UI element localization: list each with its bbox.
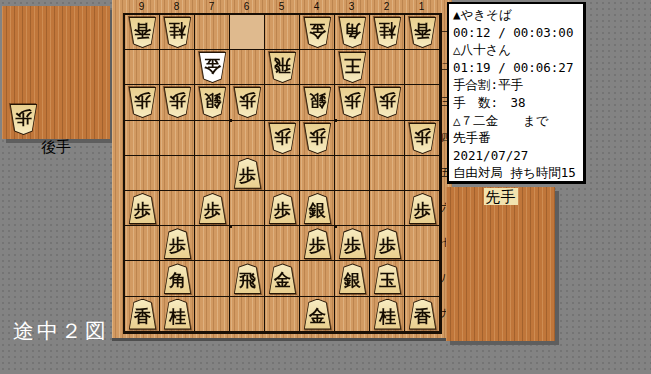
- square-5-7[interactable]: [265, 226, 300, 261]
- square-2-4[interactable]: [370, 121, 405, 156]
- square-5-5[interactable]: [265, 156, 300, 191]
- koma-歩-37[interactable]: 歩: [338, 228, 367, 259]
- koma-銀-38[interactable]: 銀: [338, 263, 367, 294]
- square-3-5[interactable]: [335, 156, 370, 191]
- koma-glyph: 王: [338, 55, 367, 77]
- info-line: 手 数: 38: [453, 94, 579, 112]
- square-1-8[interactable]: [405, 261, 440, 296]
- square-7-5[interactable]: [195, 156, 230, 191]
- shogi-board: 987654321 一二三四五六七八九 香桂金角桂香金飛王歩歩銀歩銀歩歩歩歩歩歩…: [112, 0, 452, 338]
- koma-glyph: 歩: [268, 126, 297, 148]
- koma-歩-83[interactable]: 歩: [163, 87, 192, 118]
- koma-glyph: 歩: [233, 164, 262, 186]
- koma-glyph: 歩: [373, 90, 402, 112]
- koma-glyph: 銀: [303, 199, 332, 221]
- koma-歩-76[interactable]: 歩: [198, 193, 227, 224]
- koma-角-88[interactable]: 角: [163, 263, 192, 294]
- square-7-4[interactable]: [195, 121, 230, 156]
- koma-glyph: 香: [408, 20, 437, 42]
- koma-香-91[interactable]: 香: [128, 17, 157, 48]
- koma-glyph: 桂: [373, 305, 402, 327]
- koma-歩-14[interactable]: 歩: [408, 123, 437, 154]
- koma-glyph: 歩: [338, 234, 367, 256]
- square-8-5[interactable]: [160, 156, 195, 191]
- square-1-7[interactable]: [405, 226, 440, 261]
- square-8-4[interactable]: [160, 121, 195, 156]
- square-5-3[interactable]: [265, 85, 300, 120]
- square-6-7[interactable]: [230, 226, 265, 261]
- square-2-5[interactable]: [370, 156, 405, 191]
- koma-glyph: 金: [303, 305, 332, 327]
- koma-glyph: 桂: [163, 305, 192, 327]
- gote-hand-tray: 歩: [2, 6, 110, 139]
- koma-glyph: 桂: [373, 20, 402, 42]
- koma-金-49[interactable]: 金: [303, 299, 332, 330]
- file-label: 1: [404, 0, 439, 13]
- koma-glyph: 歩: [128, 199, 157, 221]
- koma-glyph: 金: [303, 20, 332, 42]
- koma-glyph: 香: [128, 305, 157, 327]
- koma-glyph: 香: [128, 20, 157, 42]
- koma-glyph: 桂: [163, 20, 192, 42]
- koma-王-32[interactable]: 王: [338, 52, 367, 83]
- koma-桂-21[interactable]: 桂: [373, 17, 402, 48]
- koma-glyph: 歩: [408, 126, 437, 148]
- koma-角-31[interactable]: 角: [338, 17, 367, 48]
- file-label: 2: [369, 0, 404, 13]
- info-line: 01:19 / 00:06:27: [453, 59, 579, 77]
- koma-glyph: 金: [268, 269, 297, 291]
- info-line: ▲やきそば: [453, 6, 579, 24]
- koma-銀-46[interactable]: 銀: [303, 193, 332, 224]
- koma-glyph: 銀: [198, 90, 227, 112]
- square-4-2[interactable]: [300, 50, 335, 85]
- koma-歩-hand[interactable]: 歩: [9, 104, 38, 135]
- koma-銀-43[interactable]: 銀: [303, 87, 332, 118]
- info-line: 00:12 / 00:03:00: [453, 24, 579, 42]
- koma-glyph: 歩: [163, 90, 192, 112]
- square-1-5[interactable]: [405, 156, 440, 191]
- koma-glyph: 歩: [9, 107, 38, 129]
- koma-glyph: 歩: [268, 199, 297, 221]
- koma-歩-87[interactable]: 歩: [163, 228, 192, 259]
- square-8-6[interactable]: [160, 191, 195, 226]
- square-6-9[interactable]: [230, 297, 265, 332]
- square-2-2[interactable]: [370, 50, 405, 85]
- koma-歩-54[interactable]: 歩: [268, 123, 297, 154]
- file-label: 8: [159, 0, 194, 13]
- square-4-5[interactable]: [300, 156, 335, 191]
- koma-glyph: 歩: [373, 234, 402, 256]
- koma-香-99[interactable]: 香: [128, 299, 157, 330]
- koma-金-58[interactable]: 金: [268, 263, 297, 294]
- koma-glyph: 歩: [128, 90, 157, 112]
- koma-glyph: 銀: [338, 269, 367, 291]
- koma-歩-56[interactable]: 歩: [268, 193, 297, 224]
- square-1-3[interactable]: [405, 85, 440, 120]
- koma-glyph: 金: [198, 55, 227, 77]
- info-line: △八十さん: [453, 41, 579, 59]
- koma-飛-52[interactable]: 飛: [268, 52, 297, 83]
- square-6-2[interactable]: [230, 50, 265, 85]
- koma-glyph: 歩: [198, 199, 227, 221]
- square-9-2[interactable]: [125, 50, 160, 85]
- square-7-9[interactable]: [195, 297, 230, 332]
- koma-玉-28[interactable]: 玉: [373, 263, 402, 294]
- info-line: △７二金 まで: [453, 112, 579, 130]
- file-label: 9: [124, 0, 159, 13]
- info-line: 2021/07/27: [453, 147, 579, 165]
- koma-歩-23[interactable]: 歩: [373, 87, 402, 118]
- file-labels: 987654321: [124, 0, 439, 13]
- file-label: 4: [299, 0, 334, 13]
- koma-銀-73[interactable]: 銀: [198, 87, 227, 118]
- square-5-1[interactable]: [265, 15, 300, 50]
- square-9-8[interactable]: [125, 261, 160, 296]
- koma-glyph: 飛: [268, 55, 297, 77]
- koma-glyph: 歩: [303, 126, 332, 148]
- koma-香-11[interactable]: 香: [408, 17, 437, 48]
- koma-歩-16[interactable]: 歩: [408, 193, 437, 224]
- koma-歩-63[interactable]: 歩: [233, 87, 262, 118]
- file-label: 5: [264, 0, 299, 13]
- sente-label: 先手: [446, 188, 555, 207]
- square-9-4[interactable]: [125, 121, 160, 156]
- square-7-1[interactable]: [195, 15, 230, 50]
- koma-glyph: 角: [338, 20, 367, 42]
- sente-hand-tray: [446, 187, 555, 341]
- square-6-1[interactable]: [230, 15, 265, 50]
- info-line: 自由対局 持ち時間15: [453, 164, 579, 182]
- square-6-6[interactable]: [230, 191, 265, 226]
- koma-金-72[interactable]: 金: [198, 52, 227, 83]
- star-point: [334, 225, 337, 228]
- caption: 途中２図: [13, 317, 109, 345]
- koma-桂-29[interactable]: 桂: [373, 299, 402, 330]
- square-3-9[interactable]: [335, 297, 370, 332]
- gote-label: 後手: [2, 138, 110, 157]
- square-3-4[interactable]: [335, 121, 370, 156]
- square-9-5[interactable]: [125, 156, 160, 191]
- file-label: 3: [334, 0, 369, 13]
- square-7-7[interactable]: [195, 226, 230, 261]
- star-point: [229, 225, 232, 228]
- koma-glyph: 角: [163, 269, 192, 291]
- koma-歩-96[interactable]: 歩: [128, 193, 157, 224]
- koma-歩-47[interactable]: 歩: [303, 228, 332, 259]
- koma-歩-27[interactable]: 歩: [373, 228, 402, 259]
- game-info-box: ▲やきそば00:12 / 00:03:00△八十さん01:19 / 00:06:…: [447, 2, 586, 184]
- koma-glyph: 歩: [303, 234, 332, 256]
- koma-glyph: 歩: [408, 199, 437, 221]
- square-3-6[interactable]: [335, 191, 370, 226]
- koma-glyph: 飛: [233, 269, 262, 291]
- square-8-2[interactable]: [160, 50, 195, 85]
- square-7-8[interactable]: [195, 261, 230, 296]
- koma-歩-93[interactable]: 歩: [128, 87, 157, 118]
- koma-glyph: 玉: [373, 269, 402, 291]
- square-1-2[interactable]: [405, 50, 440, 85]
- info-line: 手合割:平手: [453, 76, 579, 94]
- square-9-7[interactable]: [125, 226, 160, 261]
- koma-glyph: 歩: [233, 90, 262, 112]
- file-label: 6: [229, 0, 264, 13]
- koma-金-41[interactable]: 金: [303, 17, 332, 48]
- koma-glyph: 歩: [163, 234, 192, 256]
- koma-glyph: 香: [408, 305, 437, 327]
- koma-桂-81[interactable]: 桂: [163, 17, 192, 48]
- koma-glyph: 銀: [303, 90, 332, 112]
- star-point: [229, 119, 232, 122]
- square-2-6[interactable]: [370, 191, 405, 226]
- koma-香-19[interactable]: 香: [408, 299, 437, 330]
- square-4-8[interactable]: [300, 261, 335, 296]
- koma-歩-65[interactable]: 歩: [233, 158, 262, 189]
- koma-飛-68[interactable]: 飛: [233, 263, 262, 294]
- koma-桂-89[interactable]: 桂: [163, 299, 192, 330]
- star-point: [334, 119, 337, 122]
- koma-glyph: 歩: [338, 90, 367, 112]
- koma-歩-33[interactable]: 歩: [338, 87, 367, 118]
- square-6-4[interactable]: [230, 121, 265, 156]
- file-label: 7: [194, 0, 229, 13]
- square-5-9[interactable]: [265, 297, 300, 332]
- koma-歩-44[interactable]: 歩: [303, 123, 332, 154]
- info-line: 先手番: [453, 129, 579, 147]
